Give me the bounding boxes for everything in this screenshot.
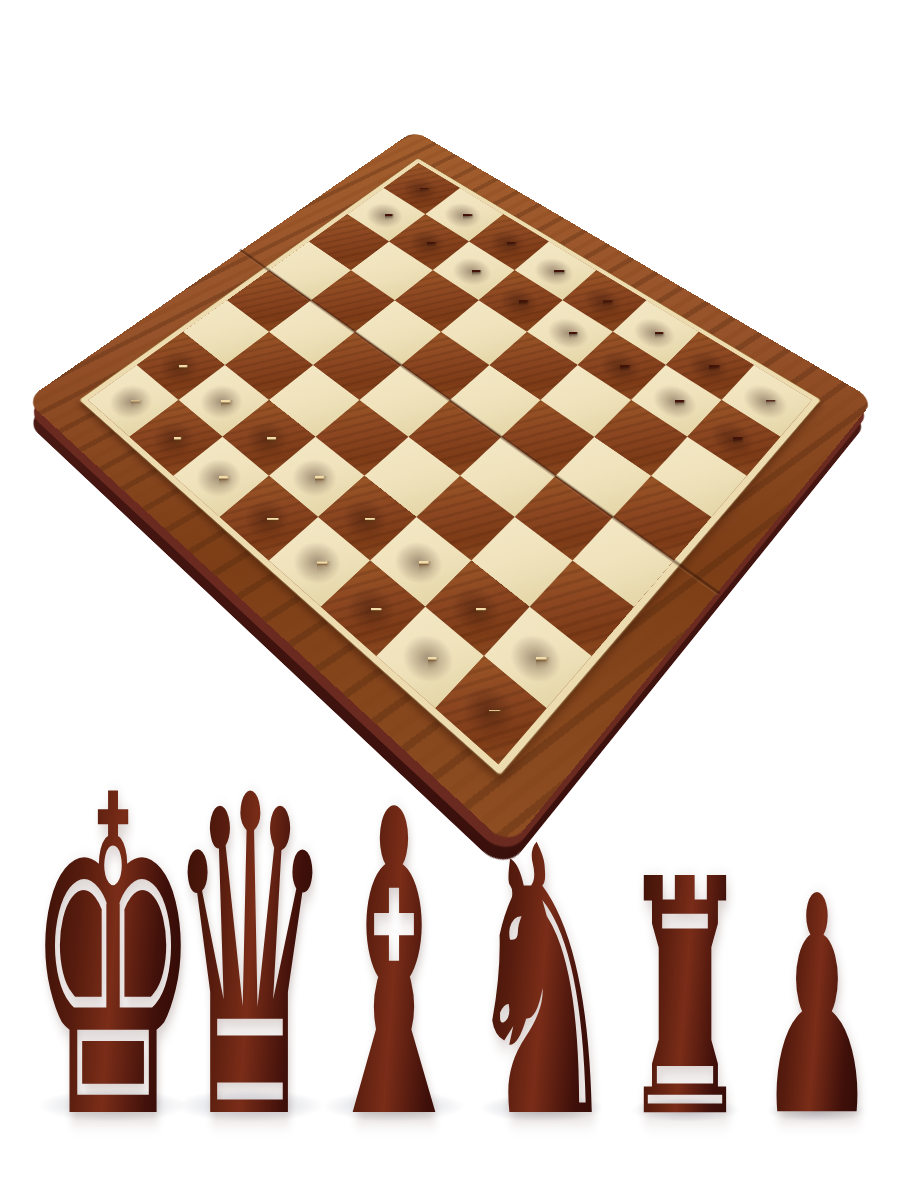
- board-panel: ♜♞♝♚♛♝♞♜♟♟♟♟♟♟♟♟♟♟♟♟♟♟♟♟♜♞♝♚♛♝♞♜: [79, 159, 820, 775]
- lineup-piece-pawn: ♟: [683, 858, 900, 1110]
- black-pawn-f7: ♟: [447, 235, 498, 278]
- black-pawn-e7: ♟: [493, 264, 545, 309]
- black-pawn-a7: ♟: [704, 397, 761, 446]
- white-rook-a1: ♜: [454, 657, 523, 721]
- white-knight-b1: ♞: [395, 599, 462, 671]
- pawn-glyph: ♟: [756, 858, 877, 1158]
- chess-set-photo: ♜♞♝♚♛♝♞♜♟♟♟♟♟♟♟♟♟♟♟♟♟♟♟♟♜♞♝♚♛♝♞♜ ♚♛♝♞♜♟: [0, 0, 900, 1200]
- black-pawn-c7: ♟: [593, 327, 647, 374]
- board-perspective-wrapper: ♜♞♝♚♛♝♞♜♟♟♟♟♟♟♟♟♟♟♟♟♟♟♟♟♜♞♝♚♛♝♞♜: [0, 0, 900, 780]
- black-pawn-d7: ♟: [542, 295, 595, 341]
- white-bishop-c1: ♝: [339, 547, 403, 621]
- board-grid: ♜♞♝♚♛♝♞♜♟♟♟♟♟♟♟♟♟♟♟♟♟♟♟♟♜♞♝♚♛♝♞♜: [88, 163, 812, 764]
- piece-lineup: ♚♛♝♞♜♟: [0, 760, 900, 1160]
- black-pawn-b7: ♟: [647, 361, 703, 409]
- black-pawn-h7: ♟: [360, 180, 408, 222]
- black-pawn-g7: ♟: [403, 207, 452, 249]
- board-scene: ♜♞♝♚♛♝♞♜♟♟♟♟♟♟♟♟♟♟♟♟♟♟♟♟♜♞♝♚♛♝♞♜: [0, 0, 900, 780]
